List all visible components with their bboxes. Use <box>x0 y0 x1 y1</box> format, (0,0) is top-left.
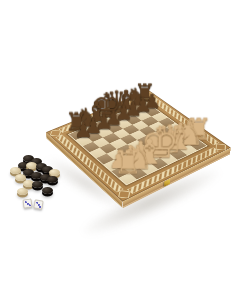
checker-black <box>32 181 43 188</box>
checker-cream <box>49 169 60 176</box>
checker-cream <box>26 162 37 169</box>
checker-cream <box>15 174 26 181</box>
die <box>22 198 32 208</box>
corner-rosette <box>215 144 226 151</box>
checker-black <box>47 176 58 183</box>
checker-black <box>42 187 53 194</box>
chess-set-scene: ♜♞♝♛♚♝♞♜♟♟♟♟♟♟♟♟♟♟♟♟♟♟♟♟♜♞♝♛♚♝♞♜ <box>0 0 240 303</box>
checker-cream <box>17 188 28 195</box>
die <box>33 199 43 209</box>
chess-board: ♜♞♝♛♚♝♞♜♟♟♟♟♟♟♟♟♟♟♟♟♟♟♟♟♜♞♝♛♚♝♞♜ <box>46 90 231 201</box>
checker-cream <box>10 167 21 174</box>
clasp <box>165 179 171 187</box>
corner-rosette <box>142 92 152 98</box>
product-photo[interactable]: ♜♞♝♛♚♝♞♜♟♟♟♟♟♟♟♟♟♟♟♟♟♟♟♟♜♞♝♛♚♝♞♜ <box>0 0 240 303</box>
